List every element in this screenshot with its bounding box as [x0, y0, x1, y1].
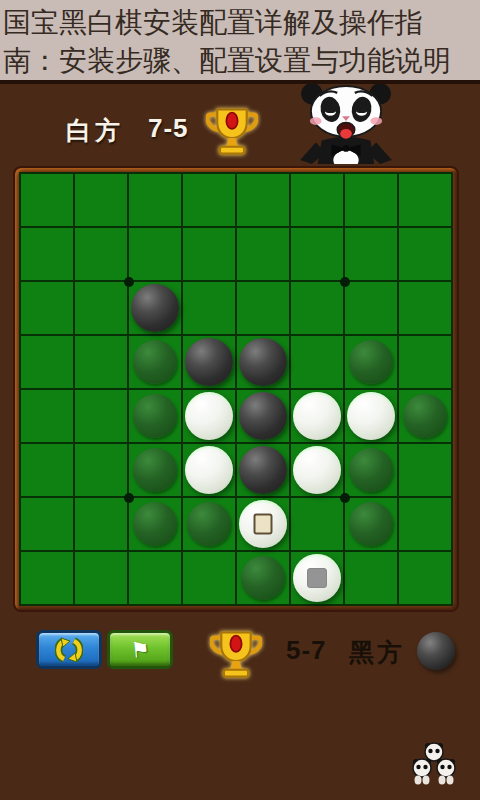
cell-f3[interactable] — [290, 281, 344, 335]
cell-g1[interactable] — [344, 173, 398, 227]
white-disc — [185, 446, 233, 494]
cell-f5[interactable] — [290, 389, 344, 443]
legal-move-hint[interactable] — [187, 502, 231, 546]
last-move-marker — [254, 514, 273, 535]
cell-g3[interactable] — [344, 281, 398, 335]
cell-h1[interactable] — [398, 173, 452, 227]
trophy-icon — [206, 103, 258, 161]
cell-e2[interactable] — [236, 227, 290, 281]
panda-trio-decoration — [408, 740, 460, 790]
cell-d5[interactable] — [182, 389, 236, 443]
restart-button[interactable] — [36, 630, 102, 669]
cell-e1[interactable] — [236, 173, 290, 227]
cell-b2[interactable] — [74, 227, 128, 281]
cell-d3[interactable] — [182, 281, 236, 335]
white-player-label: 白方 — [66, 114, 124, 147]
cell-b6[interactable] — [74, 443, 128, 497]
cell-e8[interactable] — [236, 551, 290, 605]
legal-move-hint[interactable] — [133, 340, 177, 384]
cell-f8[interactable] — [290, 551, 344, 605]
cell-e5[interactable] — [236, 389, 290, 443]
cell-h2[interactable] — [398, 227, 452, 281]
cell-d4[interactable] — [182, 335, 236, 389]
panda-mascot — [291, 84, 401, 164]
cell-b1[interactable] — [74, 173, 128, 227]
legal-move-hint[interactable] — [133, 394, 177, 438]
legal-move-hint[interactable] — [133, 448, 177, 492]
cell-h6[interactable] — [398, 443, 452, 497]
white-disc — [239, 500, 287, 548]
cell-a8[interactable] — [20, 551, 74, 605]
white-disc — [185, 392, 233, 440]
board-grid — [19, 172, 453, 606]
cell-e3[interactable] — [236, 281, 290, 335]
black-disc — [185, 338, 233, 386]
app-screen: 国宝黑白棋安装配置详解及操作指南：安装步骤、配置设置与功能说明全面解读 白方 7… — [0, 0, 480, 800]
cell-c2[interactable] — [128, 227, 182, 281]
cell-h4[interactable] — [398, 335, 452, 389]
cell-a4[interactable] — [20, 335, 74, 389]
cell-a2[interactable] — [20, 227, 74, 281]
cell-c1[interactable] — [128, 173, 182, 227]
circular-arrows-icon — [55, 636, 83, 664]
cell-e7[interactable] — [236, 497, 290, 551]
cell-f6[interactable] — [290, 443, 344, 497]
star-point — [124, 493, 134, 503]
cell-b5[interactable] — [74, 389, 128, 443]
cell-c6[interactable] — [128, 443, 182, 497]
cell-f1[interactable] — [290, 173, 344, 227]
cell-b4[interactable] — [74, 335, 128, 389]
white-disc — [293, 446, 341, 494]
star-point — [340, 493, 350, 503]
cell-f4[interactable] — [290, 335, 344, 389]
black-player-label: 黑方 — [349, 636, 405, 669]
white-flag-icon: ⚑ — [129, 637, 150, 663]
cell-d2[interactable] — [182, 227, 236, 281]
cell-c4[interactable] — [128, 335, 182, 389]
cell-d8[interactable] — [182, 551, 236, 605]
white-disc — [293, 554, 341, 602]
cell-c5[interactable] — [128, 389, 182, 443]
cell-h7[interactable] — [398, 497, 452, 551]
cell-g4[interactable] — [344, 335, 398, 389]
cell-b3[interactable] — [74, 281, 128, 335]
cell-e6[interactable] — [236, 443, 290, 497]
legal-move-hint[interactable] — [349, 448, 393, 492]
legal-move-hint[interactable] — [133, 502, 177, 546]
cell-f2[interactable] — [290, 227, 344, 281]
cell-a7[interactable] — [20, 497, 74, 551]
cell-d1[interactable] — [182, 173, 236, 227]
cell-a3[interactable] — [20, 281, 74, 335]
cell-g2[interactable] — [344, 227, 398, 281]
black-disc — [239, 338, 287, 386]
surrender-button[interactable]: ⚑ — [107, 630, 173, 669]
cell-h3[interactable] — [398, 281, 452, 335]
page-title: 国宝黑白棋安装配置详解及操作指南：安装步骤、配置设置与功能说明全面解读 — [0, 0, 480, 84]
cell-c8[interactable] — [128, 551, 182, 605]
cell-a1[interactable] — [20, 173, 74, 227]
white-disc — [293, 392, 341, 440]
star-point — [340, 277, 350, 287]
cell-c3[interactable] — [128, 281, 182, 335]
cell-b8[interactable] — [74, 551, 128, 605]
cell-d7[interactable] — [182, 497, 236, 551]
black-score: 5-7 — [286, 635, 327, 666]
legal-move-hint[interactable] — [403, 394, 447, 438]
white-disc — [347, 392, 395, 440]
last-move-marker — [307, 568, 327, 588]
legal-move-hint[interactable] — [241, 556, 285, 600]
cell-c7[interactable] — [128, 497, 182, 551]
black-disc — [239, 446, 287, 494]
board-frame — [13, 166, 459, 612]
cell-g8[interactable] — [344, 551, 398, 605]
legal-move-hint[interactable] — [349, 502, 393, 546]
cell-g6[interactable] — [344, 443, 398, 497]
cell-a5[interactable] — [20, 389, 74, 443]
cell-b7[interactable] — [74, 497, 128, 551]
black-disc — [239, 392, 287, 440]
cell-g5[interactable] — [344, 389, 398, 443]
cell-d6[interactable] — [182, 443, 236, 497]
cell-h8[interactable] — [398, 551, 452, 605]
star-point — [124, 277, 134, 287]
cell-g7[interactable] — [344, 497, 398, 551]
white-score: 7-5 — [148, 113, 189, 144]
cell-a6[interactable] — [20, 443, 74, 497]
cell-e4[interactable] — [236, 335, 290, 389]
legal-move-hint[interactable] — [349, 340, 393, 384]
cell-f7[interactable] — [290, 497, 344, 551]
black-disc — [131, 284, 179, 332]
cell-h5[interactable] — [398, 389, 452, 443]
trophy-icon — [210, 627, 262, 683]
black-stone-icon — [417, 632, 455, 670]
